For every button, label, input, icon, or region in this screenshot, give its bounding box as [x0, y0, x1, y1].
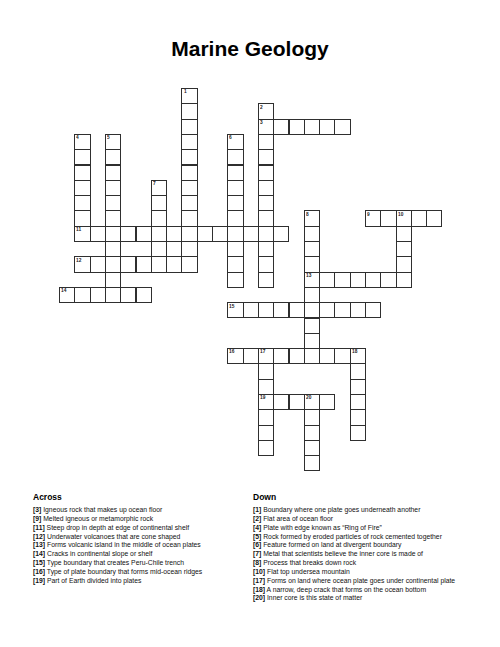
grid-cell[interactable] — [319, 302, 335, 318]
cell-number: 6 — [229, 135, 232, 140]
cell-number: 10 — [398, 212, 403, 217]
grid-cell[interactable] — [304, 256, 320, 272]
grid-cell[interactable] — [350, 425, 366, 441]
grid-cell[interactable] — [136, 256, 152, 272]
grid-cell[interactable] — [258, 210, 274, 226]
cell-number: 5 — [107, 135, 110, 140]
grid-cell[interactable] — [181, 149, 197, 165]
grid-cell[interactable] — [105, 180, 121, 196]
grid-cell[interactable] — [258, 409, 274, 425]
clue-text: Cracks in continental slope or shelf — [47, 550, 152, 557]
cell-number: 16 — [229, 349, 234, 354]
clue-item: [3] Igneous rock that makes up ocean flo… — [33, 506, 249, 515]
clue-text: Melted igneous or metamorphic rock — [43, 515, 153, 522]
grid-cell[interactable] — [273, 394, 289, 410]
grid-cell[interactable] — [90, 226, 106, 242]
crossword-grid: 1234567891011121314151617181920 — [0, 0, 500, 500]
grid-cell[interactable] — [350, 379, 366, 395]
grid-cell[interactable] — [258, 226, 274, 242]
grid-cell[interactable]: 14 — [59, 287, 75, 303]
grid-cell[interactable] — [105, 256, 121, 272]
grid-cell[interactable] — [90, 256, 106, 272]
across-clues-section: Across [3] Igneous rock that makes up oc… — [33, 492, 249, 586]
grid-cell[interactable] — [273, 348, 289, 364]
grid-cell[interactable] — [273, 302, 289, 318]
grid-cell[interactable] — [105, 241, 121, 257]
grid-cell[interactable] — [273, 226, 289, 242]
grid-cell[interactable] — [319, 119, 335, 135]
grid-cell[interactable] — [258, 302, 274, 318]
grid-cell[interactable]: 11 — [74, 226, 90, 242]
grid-cell[interactable]: 2 — [258, 103, 274, 119]
grid-cell[interactable] — [74, 165, 90, 181]
grid-cell[interactable] — [289, 302, 305, 318]
grid-cell[interactable] — [227, 226, 243, 242]
grid-cell[interactable] — [105, 165, 121, 181]
crossword-page: Marine Geology 1234567891011121314151617… — [0, 0, 500, 647]
grid-cell[interactable]: 1 — [181, 88, 197, 104]
clue-number: [6] — [253, 541, 261, 548]
clue-item: [9] Melted igneous or metamorphic rock — [33, 515, 249, 524]
grid-cell[interactable]: 5 — [105, 134, 121, 150]
grid-cell[interactable] — [181, 134, 197, 150]
grid-cell[interactable] — [74, 180, 90, 196]
cell-number: 14 — [61, 288, 66, 293]
grid-cell[interactable] — [334, 119, 350, 135]
cell-number: 20 — [306, 395, 311, 400]
grid-cell[interactable]: 4 — [74, 134, 90, 150]
grid-cell[interactable] — [289, 394, 305, 410]
grid-cell[interactable]: 13 — [304, 272, 320, 288]
grid-cell[interactable] — [151, 195, 167, 211]
grid-cell[interactable] — [136, 287, 152, 303]
grid-cell[interactable] — [181, 256, 197, 272]
grid-cell[interactable] — [334, 302, 350, 318]
grid-cell[interactable] — [227, 195, 243, 211]
clue-item: [13] Forms volcanic island in the middle… — [33, 541, 249, 550]
grid-cell[interactable]: 7 — [151, 180, 167, 196]
cell-number: 7 — [153, 181, 156, 186]
grid-cell[interactable] — [289, 119, 305, 135]
grid-cell[interactable] — [212, 226, 228, 242]
grid-cell[interactable] — [304, 302, 320, 318]
grid-cell[interactable] — [181, 180, 197, 196]
grid-cell[interactable] — [411, 210, 427, 226]
grid-cell[interactable] — [181, 165, 197, 181]
clue-number: [15] — [33, 559, 45, 566]
grid-cell[interactable] — [258, 272, 274, 288]
grid-cell[interactable]: 16 — [227, 348, 243, 364]
grid-cell[interactable] — [396, 272, 412, 288]
clue-text: Forms on land where ocean plate goes und… — [267, 577, 455, 584]
grid-cell[interactable] — [258, 180, 274, 196]
grid-cell[interactable] — [334, 348, 350, 364]
grid-cell[interactable] — [74, 210, 90, 226]
grid-cell[interactable] — [120, 256, 136, 272]
cell-number: 3 — [260, 120, 263, 125]
clue-item: [11] Steep drop in depth at edge of cont… — [33, 524, 249, 533]
clue-text: Plate with edge known as “Ring of Fire” — [263, 524, 382, 531]
grid-cell[interactable]: 18 — [350, 348, 366, 364]
grid-cell[interactable] — [396, 226, 412, 242]
grid-cell[interactable] — [258, 425, 274, 441]
down-clue-list: [1] Boundary where one plate goes undern… — [253, 506, 498, 603]
clue-item: [2] Flat area of ocean floor — [253, 515, 498, 524]
clue-item: [14] Cracks in continental slope or shel… — [33, 550, 249, 559]
clue-text: Inner core is this state of matter — [267, 594, 362, 601]
grid-cell[interactable] — [258, 149, 274, 165]
grid-cell[interactable] — [319, 348, 335, 364]
grid-cell[interactable] — [304, 409, 320, 425]
clue-number: [8] — [253, 559, 261, 566]
clue-item: [18] A narrow, deep crack that forms on … — [253, 586, 498, 595]
clue-text: Boundary where one plate goes underneath… — [263, 506, 420, 513]
grid-cell[interactable] — [319, 394, 335, 410]
grid-cell[interactable] — [197, 226, 213, 242]
grid-cell[interactable] — [258, 165, 274, 181]
grid-cell[interactable] — [258, 256, 274, 272]
grid-cell[interactable] — [243, 348, 259, 364]
grid-cell[interactable] — [151, 256, 167, 272]
cell-number: 18 — [352, 349, 357, 354]
grid-cell[interactable]: 20 — [304, 394, 320, 410]
grid-cell[interactable] — [227, 180, 243, 196]
clue-item: [20] Inner core is this state of matter — [253, 594, 498, 603]
clue-item: [1] Boundary where one plate goes undern… — [253, 506, 498, 515]
grid-cell[interactable] — [105, 287, 121, 303]
grid-cell[interactable]: 19 — [258, 394, 274, 410]
cell-number: 9 — [367, 212, 370, 217]
down-header: Down — [253, 492, 498, 502]
clue-text: A narrow, deep crack that forms on the o… — [267, 586, 426, 593]
clue-text: Part of Earth divided into plates — [47, 577, 141, 584]
grid-cell[interactable] — [304, 287, 320, 303]
clue-text: Underwater volcanoes that are cone shape… — [47, 533, 180, 540]
grid-cell[interactable] — [380, 272, 396, 288]
clue-number: [1] — [253, 506, 261, 513]
clue-item: [7] Metal that scientists believe the in… — [253, 550, 498, 559]
grid-cell[interactable] — [396, 241, 412, 257]
grid-cell[interactable]: 8 — [304, 210, 320, 226]
clue-item: [15] Type boundary that creates Peru-Chi… — [33, 559, 249, 568]
grid-cell[interactable] — [319, 272, 335, 288]
clue-text: Feature formed on land at divergent boun… — [263, 541, 401, 548]
grid-cell[interactable] — [181, 241, 197, 257]
clue-text: Forms volcanic island in the middle of o… — [47, 541, 201, 548]
clue-number: [7] — [253, 550, 261, 557]
grid-cell[interactable] — [227, 210, 243, 226]
grid-cell[interactable] — [350, 302, 366, 318]
clue-number: [14] — [33, 550, 45, 557]
clue-text: Igneous rock that makes up ocean floor — [43, 506, 162, 513]
clue-text: Rock formed by eroded particles of rock … — [263, 533, 442, 540]
grid-cell[interactable] — [74, 287, 90, 303]
grid-cell[interactable] — [74, 195, 90, 211]
grid-cell[interactable] — [258, 440, 274, 456]
clue-item: [19] Part of Earth divided into plates — [33, 577, 249, 586]
grid-cell[interactable] — [350, 409, 366, 425]
grid-cell[interactable] — [289, 348, 305, 364]
grid-cell[interactable] — [227, 241, 243, 257]
across-header: Across — [33, 492, 249, 502]
clue-text: Flat top undersea mountain — [267, 568, 350, 575]
clue-item: [6] Feature formed on land at divergent … — [253, 541, 498, 550]
grid-cell[interactable] — [105, 226, 121, 242]
clue-number: [12] — [33, 533, 45, 540]
grid-cell[interactable] — [151, 226, 167, 242]
clue-number: [11] — [33, 524, 45, 531]
clue-number: [4] — [253, 524, 261, 531]
grid-cell[interactable]: 15 — [227, 302, 243, 318]
clue-text: Type boundary that creates Peru-Chile tr… — [47, 559, 184, 566]
down-clues-section: Down [1] Boundary where one plate goes u… — [253, 492, 498, 603]
grid-cell[interactable]: 17 — [258, 348, 274, 364]
clue-number: [16] — [33, 568, 45, 575]
clue-number: [13] — [33, 541, 45, 548]
grid-cell[interactable] — [304, 455, 320, 471]
grid-cell[interactable] — [350, 394, 366, 410]
grid-cell[interactable]: 3 — [258, 119, 274, 135]
grid-cell[interactable] — [304, 241, 320, 257]
grid-cell[interactable] — [304, 318, 320, 334]
clue-number: [9] — [33, 515, 41, 522]
clue-number: [10] — [253, 568, 265, 575]
cell-number: 1 — [184, 89, 187, 94]
grid-cell[interactable] — [304, 440, 320, 456]
grid-cell[interactable] — [166, 226, 182, 242]
cell-number: 13 — [306, 273, 311, 278]
grid-cell[interactable]: 9 — [365, 210, 381, 226]
clue-item: [4] Plate with edge known as “Ring of Fi… — [253, 524, 498, 533]
clue-text: Steep drop in depth at edge of continent… — [47, 524, 189, 531]
grid-cell[interactable] — [227, 149, 243, 165]
grid-cell[interactable] — [365, 272, 381, 288]
cell-number: 2 — [260, 105, 263, 110]
clue-number: [19] — [33, 577, 45, 584]
grid-cell[interactable] — [105, 195, 121, 211]
clue-number: [5] — [253, 533, 261, 540]
grid-cell[interactable] — [304, 119, 320, 135]
grid-cell[interactable] — [365, 302, 381, 318]
grid-cell[interactable]: 10 — [396, 210, 412, 226]
grid-cell[interactable] — [304, 425, 320, 441]
grid-cell[interactable]: 6 — [227, 134, 243, 150]
grid-cell[interactable] — [258, 134, 274, 150]
grid-cell[interactable] — [181, 195, 197, 211]
clue-number: [2] — [253, 515, 261, 522]
grid-cell[interactable] — [380, 210, 396, 226]
grid-cell[interactable] — [181, 226, 197, 242]
grid-cell[interactable] — [258, 241, 274, 257]
grid-cell[interactable] — [304, 348, 320, 364]
cell-number: 12 — [76, 258, 81, 263]
grid-cell[interactable] — [151, 241, 167, 257]
clue-number: [20] — [253, 594, 265, 601]
clue-number: [18] — [253, 586, 265, 593]
grid-cell[interactable] — [166, 256, 182, 272]
cell-number: 4 — [76, 135, 79, 140]
clue-item: [8] Process that breaks down rock — [253, 559, 498, 568]
cell-number: 8 — [306, 212, 309, 217]
grid-cell[interactable] — [258, 363, 274, 379]
cell-number: 17 — [260, 349, 265, 354]
grid-cell[interactable] — [120, 226, 136, 242]
grid-cell[interactable] — [304, 226, 320, 242]
grid-cell[interactable] — [334, 272, 350, 288]
grid-cell[interactable] — [304, 333, 320, 349]
cell-number: 19 — [260, 395, 265, 400]
grid-cell[interactable] — [426, 210, 442, 226]
grid-cell[interactable] — [396, 256, 412, 272]
grid-cell[interactable] — [258, 379, 274, 395]
clue-item: [10] Flat top undersea mountain — [253, 568, 498, 577]
grid-cell[interactable] — [273, 119, 289, 135]
across-clue-list: [3] Igneous rock that makes up ocean flo… — [33, 506, 249, 586]
grid-cell[interactable] — [181, 119, 197, 135]
grid-cell[interactable] — [350, 272, 366, 288]
grid-cell[interactable] — [136, 226, 152, 242]
clue-item: [5] Rock formed by eroded particles of r… — [253, 533, 498, 542]
grid-cell[interactable] — [350, 363, 366, 379]
grid-cell[interactable] — [227, 256, 243, 272]
cell-number: 15 — [229, 304, 234, 309]
grid-cell[interactable] — [90, 287, 106, 303]
clue-number: [3] — [33, 506, 41, 513]
clue-item: [12] Underwater volcanoes that are cone … — [33, 533, 249, 542]
grid-cell[interactable] — [105, 149, 121, 165]
clue-number: [17] — [253, 577, 265, 584]
clue-text: Process that breaks down rock — [263, 559, 356, 566]
grid-cell[interactable] — [181, 103, 197, 119]
grid-cell[interactable] — [227, 165, 243, 181]
grid-cell[interactable] — [243, 226, 259, 242]
clue-text: Type of plate boundary that forms mid-oc… — [47, 568, 202, 575]
grid-cell[interactable] — [105, 210, 121, 226]
clue-item: [16] Type of plate boundary that forms m… — [33, 568, 249, 577]
clue-item: [17] Forms on land where ocean plate goe… — [253, 577, 498, 586]
grid-cell[interactable] — [105, 272, 121, 288]
grid-cell[interactable] — [151, 210, 167, 226]
clue-text: Flat area of ocean floor — [263, 515, 333, 522]
grid-cell[interactable] — [120, 287, 136, 303]
cell-number: 11 — [76, 227, 81, 232]
grid-cell[interactable] — [74, 149, 90, 165]
grid-cell[interactable]: 12 — [74, 256, 90, 272]
clue-text: Metal that scientists believe the inner … — [263, 550, 423, 557]
grid-cell[interactable] — [227, 272, 243, 288]
grid-cell[interactable] — [258, 195, 274, 211]
grid-cell[interactable] — [243, 302, 259, 318]
grid-cell[interactable] — [181, 210, 197, 226]
